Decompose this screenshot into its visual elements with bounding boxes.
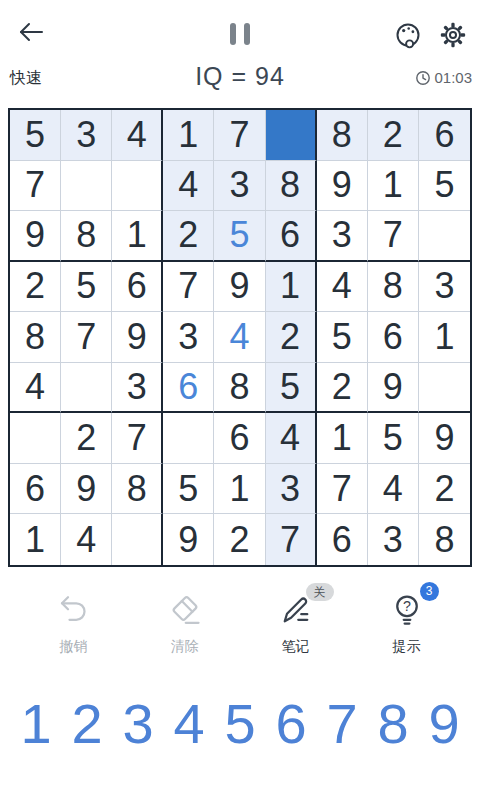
cell-r4c8[interactable]: 8 bbox=[368, 262, 419, 313]
settings-button[interactable] bbox=[438, 20, 468, 50]
cell-r1c6[interactable] bbox=[266, 110, 317, 161]
cell-r2c2[interactable] bbox=[61, 161, 112, 212]
cell-r7c6[interactable]: 4 bbox=[266, 413, 317, 464]
undo-button[interactable]: 撤销 bbox=[34, 585, 114, 656]
undo-icon bbox=[53, 589, 95, 631]
eraser-icon bbox=[164, 589, 206, 631]
cell-r9c2[interactable]: 4 bbox=[61, 514, 112, 565]
cell-r2c6[interactable]: 8 bbox=[266, 161, 317, 212]
iq-score: IQ = 94 bbox=[195, 62, 285, 91]
numpad-5[interactable]: 5 bbox=[218, 696, 262, 752]
gear-icon bbox=[439, 21, 467, 49]
pencil-icon: 关 bbox=[275, 589, 317, 631]
theme-palette-button[interactable] bbox=[393, 20, 423, 50]
cell-r7c4[interactable] bbox=[163, 413, 214, 464]
sudoku-board: 5341782674389159812563725679148387934256… bbox=[8, 108, 472, 567]
pause-button[interactable] bbox=[225, 22, 255, 46]
cell-r1c9[interactable]: 6 bbox=[419, 110, 470, 161]
cell-r6c5[interactable]: 8 bbox=[214, 363, 265, 414]
notes-button[interactable]: 关 笔记 bbox=[256, 585, 336, 656]
cell-r1c8[interactable]: 2 bbox=[368, 110, 419, 161]
numpad-6[interactable]: 6 bbox=[269, 696, 313, 752]
cell-r7c2[interactable]: 2 bbox=[61, 413, 112, 464]
info-row: 快速 IQ = 94 01:03 bbox=[0, 62, 480, 102]
cell-r8c3[interactable]: 8 bbox=[112, 464, 163, 515]
cell-r7c3[interactable]: 7 bbox=[112, 413, 163, 464]
cell-r2c9[interactable]: 5 bbox=[419, 161, 470, 212]
cell-r9c4[interactable]: 9 bbox=[163, 514, 214, 565]
cell-r4c3[interactable]: 6 bbox=[112, 262, 163, 313]
cell-r9c9[interactable]: 8 bbox=[419, 514, 470, 565]
timer-value: 01:03 bbox=[434, 69, 472, 86]
cell-r5c5[interactable]: 4 bbox=[214, 312, 265, 363]
cell-r2c5[interactable]: 3 bbox=[214, 161, 265, 212]
svg-text:?: ? bbox=[403, 598, 411, 614]
undo-label: 撤销 bbox=[60, 638, 88, 656]
cell-r5c6[interactable]: 2 bbox=[266, 312, 317, 363]
cell-r9c7[interactable]: 6 bbox=[317, 514, 368, 565]
cell-r3c2[interactable]: 8 bbox=[61, 211, 112, 262]
hint-label: 提示 bbox=[393, 638, 421, 656]
cell-r2c3[interactable] bbox=[112, 161, 163, 212]
cell-r3c9[interactable] bbox=[419, 211, 470, 262]
cell-r4c9[interactable]: 3 bbox=[419, 262, 470, 313]
cell-r1c7[interactable]: 8 bbox=[317, 110, 368, 161]
palette-icon bbox=[394, 21, 422, 49]
erase-button[interactable]: 清除 bbox=[145, 585, 225, 656]
hint-bulb-icon: ? 3 bbox=[386, 589, 428, 631]
cell-r1c5[interactable]: 7 bbox=[214, 110, 265, 161]
notes-state-badge: 关 bbox=[306, 583, 334, 601]
top-bar bbox=[0, 0, 480, 62]
cell-r1c1[interactable]: 5 bbox=[10, 110, 61, 161]
cell-r3c5[interactable]: 5 bbox=[214, 211, 265, 262]
cell-r7c7[interactable]: 1 bbox=[317, 413, 368, 464]
cell-r6c6[interactable]: 5 bbox=[266, 363, 317, 414]
cell-r8c1[interactable]: 6 bbox=[10, 464, 61, 515]
difficulty-label: 快速 bbox=[10, 68, 42, 89]
cell-r3c6[interactable]: 6 bbox=[266, 211, 317, 262]
cell-r2c1[interactable]: 7 bbox=[10, 161, 61, 212]
cell-r3c1[interactable]: 9 bbox=[10, 211, 61, 262]
cell-r4c4[interactable]: 7 bbox=[163, 262, 214, 313]
cell-r7c8[interactable]: 5 bbox=[368, 413, 419, 464]
cell-r6c1[interactable]: 4 bbox=[10, 363, 61, 414]
cell-r5c7[interactable]: 5 bbox=[317, 312, 368, 363]
numpad-4[interactable]: 4 bbox=[167, 696, 211, 752]
pause-icon bbox=[230, 23, 236, 45]
cell-r4c1[interactable]: 2 bbox=[10, 262, 61, 313]
cell-r5c9[interactable]: 1 bbox=[419, 312, 470, 363]
cell-r5c8[interactable]: 6 bbox=[368, 312, 419, 363]
cell-r3c7[interactable]: 3 bbox=[317, 211, 368, 262]
numpad-1[interactable]: 1 bbox=[14, 696, 58, 752]
cell-r3c3[interactable]: 1 bbox=[112, 211, 163, 262]
number-pad: 123456789 bbox=[0, 684, 480, 764]
cell-r2c4[interactable]: 4 bbox=[163, 161, 214, 212]
pause-icon bbox=[244, 23, 250, 45]
cell-r4c7[interactable]: 4 bbox=[317, 262, 368, 313]
cell-r6c3[interactable]: 3 bbox=[112, 363, 163, 414]
cell-r6c7[interactable]: 2 bbox=[317, 363, 368, 414]
cell-r5c2[interactable]: 7 bbox=[61, 312, 112, 363]
cell-r6c9[interactable] bbox=[419, 363, 470, 414]
cell-r4c5[interactable]: 9 bbox=[214, 262, 265, 313]
cell-r8c9[interactable]: 2 bbox=[419, 464, 470, 515]
cell-r8c5[interactable]: 1 bbox=[214, 464, 265, 515]
cell-r7c1[interactable] bbox=[10, 413, 61, 464]
cell-r8c2[interactable]: 9 bbox=[61, 464, 112, 515]
cell-r9c6[interactable]: 7 bbox=[266, 514, 317, 565]
cell-r1c2[interactable]: 3 bbox=[61, 110, 112, 161]
numpad-7[interactable]: 7 bbox=[320, 696, 364, 752]
timer: 01:03 bbox=[415, 69, 472, 86]
cell-r5c3[interactable]: 9 bbox=[112, 312, 163, 363]
clock-icon bbox=[415, 70, 431, 86]
cell-r4c6[interactable]: 1 bbox=[266, 262, 317, 313]
cell-r6c2[interactable] bbox=[61, 363, 112, 414]
erase-label: 清除 bbox=[171, 638, 199, 656]
numpad-3[interactable]: 3 bbox=[116, 696, 160, 752]
back-button[interactable] bbox=[14, 18, 48, 46]
cell-r3c4[interactable]: 2 bbox=[163, 211, 214, 262]
cell-r5c4[interactable]: 3 bbox=[163, 312, 214, 363]
cell-r3c8[interactable]: 7 bbox=[368, 211, 419, 262]
cell-r1c3[interactable]: 4 bbox=[112, 110, 163, 161]
cell-r9c5[interactable]: 2 bbox=[214, 514, 265, 565]
sudoku-app: 快速 IQ = 94 01:03 53417826743891598125637… bbox=[0, 0, 480, 800]
back-arrow-icon bbox=[16, 20, 46, 44]
cell-r8c4[interactable]: 5 bbox=[163, 464, 214, 515]
cell-r1c4[interactable]: 1 bbox=[163, 110, 214, 161]
cell-r2c7[interactable]: 9 bbox=[317, 161, 368, 212]
cell-r7c5[interactable]: 6 bbox=[214, 413, 265, 464]
cell-r6c8[interactable]: 9 bbox=[368, 363, 419, 414]
hint-count-badge: 3 bbox=[420, 582, 439, 601]
numpad-9[interactable]: 9 bbox=[422, 696, 466, 752]
numpad-2[interactable]: 2 bbox=[65, 696, 109, 752]
hint-button[interactable]: ? 3 提示 bbox=[367, 585, 447, 656]
cell-r7c9[interactable]: 9 bbox=[419, 413, 470, 464]
cell-r2c8[interactable]: 1 bbox=[368, 161, 419, 212]
cell-r9c3[interactable] bbox=[112, 514, 163, 565]
cell-r9c8[interactable]: 3 bbox=[368, 514, 419, 565]
top-right-actions bbox=[393, 20, 468, 50]
toolbar: 撤销 清除 关 bbox=[0, 585, 480, 665]
cell-r8c6[interactable]: 3 bbox=[266, 464, 317, 515]
cell-r5c1[interactable]: 8 bbox=[10, 312, 61, 363]
cell-r9c1[interactable]: 1 bbox=[10, 514, 61, 565]
numpad-8[interactable]: 8 bbox=[371, 696, 415, 752]
cell-r4c2[interactable]: 5 bbox=[61, 262, 112, 313]
cell-r8c8[interactable]: 4 bbox=[368, 464, 419, 515]
notes-label: 笔记 bbox=[282, 638, 310, 656]
cell-r8c7[interactable]: 7 bbox=[317, 464, 368, 515]
cell-r6c4[interactable]: 6 bbox=[163, 363, 214, 414]
